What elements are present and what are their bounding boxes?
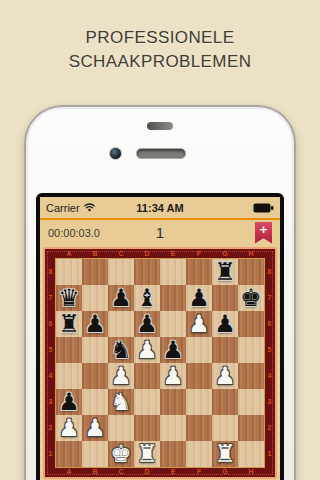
- square-b3[interactable]: [82, 389, 108, 415]
- file-label-d: D: [134, 467, 160, 477]
- status-bar: Carrier 11:34 AM: [40, 197, 280, 218]
- rank-label-2: 2: [45, 415, 56, 441]
- rank-label-8: 8: [45, 259, 56, 285]
- file-label-e: E: [160, 467, 186, 477]
- square-a2[interactable]: ♟: [56, 415, 82, 441]
- square-h3[interactable]: [238, 389, 264, 415]
- rank-label-1: 1: [264, 441, 275, 467]
- square-e7[interactable]: [160, 285, 186, 311]
- white-rook: ♜: [214, 441, 236, 467]
- black-king: ♚: [240, 285, 262, 311]
- file-label-e: E: [160, 249, 186, 259]
- black-pawn: ♟: [162, 337, 184, 363]
- file-label-c: C: [108, 249, 134, 259]
- square-e8[interactable]: [160, 259, 186, 285]
- square-h4[interactable]: [238, 363, 264, 389]
- proximity-sensor: [147, 122, 173, 130]
- square-h2[interactable]: [238, 415, 264, 441]
- page-title-line1: PROFESSIONELE: [0, 26, 320, 50]
- square-b7[interactable]: [82, 285, 108, 311]
- square-c3[interactable]: ♞: [108, 389, 134, 415]
- square-e4[interactable]: ♟: [160, 363, 186, 389]
- square-f8[interactable]: [186, 259, 212, 285]
- file-label-h: H: [238, 467, 264, 477]
- file-label-g: G: [212, 467, 238, 477]
- black-pawn: ♟: [214, 311, 236, 337]
- square-a5[interactable]: [56, 337, 82, 363]
- rank-label-7: 7: [45, 285, 56, 311]
- mute-switch: [20, 161, 26, 183]
- square-b8[interactable]: [82, 259, 108, 285]
- square-e3[interactable]: [160, 389, 186, 415]
- square-c2[interactable]: [108, 415, 134, 441]
- volume-up-button: [20, 201, 26, 229]
- white-pawn: ♟: [84, 415, 106, 441]
- black-rook: ♜: [58, 311, 80, 337]
- square-a6[interactable]: ♜: [56, 311, 82, 337]
- square-f6[interactable]: ♟: [186, 311, 212, 337]
- square-h8[interactable]: [238, 259, 264, 285]
- square-h5[interactable]: [238, 337, 264, 363]
- rank-label-6: 6: [45, 311, 56, 337]
- square-d3[interactable]: [134, 389, 160, 415]
- square-b5[interactable]: [82, 337, 108, 363]
- square-g6[interactable]: ♟: [212, 311, 238, 337]
- chess-board: ABCDEFGH 87654321 ♜♛♟♝♟♚♜♟♟♟♟♞♟♟♟♟♟♟♞♟♟♚…: [43, 247, 277, 479]
- black-knight: ♞: [110, 337, 132, 363]
- black-queen: ♛: [58, 285, 80, 311]
- square-f4[interactable]: [186, 363, 212, 389]
- white-pawn: ♟: [188, 311, 210, 337]
- page-title-line2: SCHAAKPROBLEMEN: [0, 50, 320, 74]
- square-f7[interactable]: ♟: [186, 285, 212, 311]
- rank-label-5: 5: [45, 337, 56, 363]
- iphone-frame: Carrier 11:34 AM: [24, 105, 296, 480]
- square-f3[interactable]: [186, 389, 212, 415]
- black-pawn: ♟: [110, 285, 132, 311]
- toolbar: 00:00:03.0 1 +: [40, 220, 280, 245]
- rank-label-5: 5: [264, 337, 275, 363]
- white-pawn: ♟: [58, 415, 80, 441]
- rank-label-4: 4: [264, 363, 275, 389]
- problem-number: 1: [40, 224, 280, 241]
- rank-label-6: 6: [264, 311, 275, 337]
- black-pawn: ♟: [188, 285, 210, 311]
- file-label-d: D: [134, 249, 160, 259]
- black-pawn: ♟: [136, 311, 158, 337]
- square-d7[interactable]: ♝: [134, 285, 160, 311]
- app-screen: Carrier 11:34 AM: [40, 197, 280, 480]
- earpiece-speaker: [136, 148, 186, 159]
- black-pawn: ♟: [58, 389, 80, 415]
- square-h1[interactable]: [238, 441, 264, 467]
- square-b6[interactable]: ♟: [82, 311, 108, 337]
- square-e5[interactable]: ♟: [160, 337, 186, 363]
- rank-labels-left: 87654321: [45, 259, 56, 467]
- volume-down-button: [20, 239, 26, 267]
- square-c1[interactable]: ♚: [108, 441, 134, 467]
- black-bishop: ♝: [136, 285, 158, 311]
- black-pawn: ♟: [84, 311, 106, 337]
- square-a3[interactable]: ♟: [56, 389, 82, 415]
- square-e1[interactable]: [160, 441, 186, 467]
- square-a8[interactable]: [56, 259, 82, 285]
- square-a7[interactable]: ♛: [56, 285, 82, 311]
- power-button: [238, 98, 264, 107]
- square-h7[interactable]: ♚: [238, 285, 264, 311]
- screen-bezel: Carrier 11:34 AM: [36, 193, 284, 480]
- square-g2[interactable]: [212, 415, 238, 441]
- square-d5[interactable]: ♟: [134, 337, 160, 363]
- black-rook: ♜: [214, 259, 236, 285]
- square-c6[interactable]: [108, 311, 134, 337]
- screenshot-stage: PROFESSIONELE SCHAAKPROBLEMEN Carrier: [0, 0, 320, 480]
- square-g8[interactable]: ♜: [212, 259, 238, 285]
- file-label-a: A: [56, 249, 82, 259]
- square-b2[interactable]: ♟: [82, 415, 108, 441]
- square-f1[interactable]: [186, 441, 212, 467]
- file-label-f: F: [186, 467, 212, 477]
- rank-label-4: 4: [45, 363, 56, 389]
- square-d8[interactable]: [134, 259, 160, 285]
- square-h6[interactable]: [238, 311, 264, 337]
- square-d4[interactable]: [134, 363, 160, 389]
- page-title: PROFESSIONELE SCHAAKPROBLEMEN: [0, 26, 320, 74]
- square-d6[interactable]: ♟: [134, 311, 160, 337]
- file-label-b: B: [82, 249, 108, 259]
- square-c5[interactable]: ♞: [108, 337, 134, 363]
- file-label-h: H: [238, 249, 264, 259]
- clock-label: 11:34 AM: [40, 202, 280, 214]
- rank-label-3: 3: [45, 389, 56, 415]
- board-grid: ♜♛♟♝♟♚♜♟♟♟♟♞♟♟♟♟♟♟♞♟♟♚♜♜: [56, 259, 264, 467]
- white-pawn: ♟: [110, 363, 132, 389]
- square-c4[interactable]: ♟: [108, 363, 134, 389]
- rank-label-8: 8: [264, 259, 275, 285]
- square-g7[interactable]: [212, 285, 238, 311]
- square-c7[interactable]: ♟: [108, 285, 134, 311]
- white-pawn: ♟: [136, 337, 158, 363]
- square-d1[interactable]: ♜: [134, 441, 160, 467]
- square-e2[interactable]: [160, 415, 186, 441]
- file-label-c: C: [108, 467, 134, 477]
- white-knight: ♞: [110, 389, 132, 415]
- rank-label-3: 3: [264, 389, 275, 415]
- square-d2[interactable]: [134, 415, 160, 441]
- white-pawn: ♟: [214, 363, 236, 389]
- board-area: ABCDEFGH 87654321 ♜♛♟♝♟♚♜♟♟♟♟♞♟♟♟♟♟♟♞♟♟♚…: [40, 247, 280, 479]
- square-f2[interactable]: [186, 415, 212, 441]
- square-b4[interactable]: [82, 363, 108, 389]
- white-rook: ♜: [136, 441, 158, 467]
- square-e6[interactable]: [160, 311, 186, 337]
- rank-labels-right: 87654321: [264, 259, 275, 467]
- square-a1[interactable]: [56, 441, 82, 467]
- square-b1[interactable]: [82, 441, 108, 467]
- file-labels-top: ABCDEFGH: [45, 249, 275, 259]
- rank-label-7: 7: [264, 285, 275, 311]
- white-king: ♚: [110, 441, 132, 467]
- white-pawn: ♟: [162, 363, 184, 389]
- square-a4[interactable]: [56, 363, 82, 389]
- square-g3[interactable]: [212, 389, 238, 415]
- plus-icon: +: [260, 222, 268, 237]
- square-f5[interactable]: [186, 337, 212, 363]
- square-g1[interactable]: ♜: [212, 441, 238, 467]
- rank-label-2: 2: [264, 415, 275, 441]
- front-camera: [109, 147, 122, 160]
- square-g4[interactable]: ♟: [212, 363, 238, 389]
- file-label-a: A: [56, 467, 82, 477]
- square-g5[interactable]: [212, 337, 238, 363]
- file-labels-bottom: ABCDEFGH: [45, 467, 275, 477]
- file-label-f: F: [186, 249, 212, 259]
- square-c8[interactable]: [108, 259, 134, 285]
- file-label-b: B: [82, 467, 108, 477]
- rank-label-1: 1: [45, 441, 56, 467]
